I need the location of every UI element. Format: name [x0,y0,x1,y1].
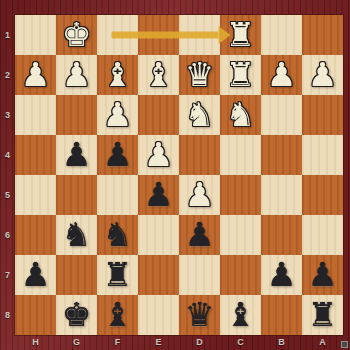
square-b4[interactable] [261,135,302,175]
square-d6[interactable]: ♟ [179,215,220,255]
piece-white-pawn[interactable]: ♟ [267,58,297,91]
square-g6[interactable]: ♞ [56,215,97,255]
square-c6[interactable] [220,215,261,255]
piece-white-pawn[interactable]: ♟ [308,58,338,91]
square-a3[interactable] [302,95,343,135]
square-d2[interactable]: ♛ [179,55,220,95]
resize-grip[interactable] [341,341,348,348]
square-d4[interactable] [179,135,220,175]
square-e4[interactable]: ♟ [138,135,179,175]
square-e7[interactable] [138,255,179,295]
rank-label-7: 7 [0,255,15,295]
file-label-h: H [15,335,56,349]
square-e3[interactable] [138,95,179,135]
square-a6[interactable] [302,215,343,255]
rank-label-3: 3 [0,95,15,135]
piece-white-pawn[interactable]: ♟ [103,98,133,131]
square-d3[interactable]: ♞ [179,95,220,135]
rank-label-1: 1 [0,15,15,55]
square-g5[interactable] [56,175,97,215]
file-label-e: E [138,335,179,349]
piece-white-rook[interactable]: ♜ [226,18,256,51]
piece-white-rook[interactable]: ♜ [226,58,256,91]
square-h2[interactable]: ♟ [15,55,56,95]
piece-black-bishop[interactable]: ♝ [103,298,133,331]
file-label-f: F [97,335,138,349]
square-b7[interactable]: ♟ [261,255,302,295]
square-a8[interactable]: ♜ [302,295,343,335]
square-f1[interactable] [97,15,138,55]
square-g7[interactable] [56,255,97,295]
square-g4[interactable]: ♟ [56,135,97,175]
square-h3[interactable] [15,95,56,135]
piece-black-pawn[interactable]: ♟ [103,138,133,171]
square-b5[interactable] [261,175,302,215]
piece-black-knight[interactable]: ♞ [62,218,92,251]
square-h8[interactable] [15,295,56,335]
square-a7[interactable]: ♟ [302,255,343,295]
file-label-a: A [302,335,343,349]
rank-label-5: 5 [0,175,15,215]
piece-white-knight[interactable]: ♞ [226,98,256,131]
square-c8[interactable]: ♝ [220,295,261,335]
piece-black-pawn[interactable]: ♟ [267,258,297,291]
square-a5[interactable] [302,175,343,215]
square-e6[interactable] [138,215,179,255]
square-e5[interactable]: ♟ [138,175,179,215]
square-b2[interactable]: ♟ [261,55,302,95]
square-f4[interactable]: ♟ [97,135,138,175]
square-f6[interactable]: ♞ [97,215,138,255]
piece-black-king[interactable]: ♚ [62,298,92,331]
piece-black-knight[interactable]: ♞ [103,218,133,251]
square-d1[interactable] [179,15,220,55]
rank-label-8: 8 [0,295,15,335]
square-h7[interactable]: ♟ [15,255,56,295]
chess-board: ♚♜♟♟♝♝♛♜♟♟♟♞♞♟♟♟♟♟♞♞♟♟♜♟♟♚♝♛♝♜ [15,15,343,335]
piece-black-pawn[interactable]: ♟ [185,218,215,251]
piece-white-pawn[interactable]: ♟ [62,58,92,91]
piece-white-bishop[interactable]: ♝ [103,58,133,91]
square-f2[interactable]: ♝ [97,55,138,95]
chessboard-window: ♚♜♟♟♝♝♛♜♟♟♟♞♞♟♟♟♟♟♞♞♟♟♜♟♟♚♝♛♝♜ 12345678 … [0,0,350,350]
piece-black-pawn[interactable]: ♟ [21,258,51,291]
piece-black-pawn[interactable]: ♟ [62,138,92,171]
rank-labels: 12345678 [0,15,15,335]
piece-black-queen[interactable]: ♛ [185,298,215,331]
piece-white-pawn[interactable]: ♟ [185,178,215,211]
square-c3[interactable]: ♞ [220,95,261,135]
piece-white-queen[interactable]: ♛ [185,58,215,91]
file-label-g: G [56,335,97,349]
square-b8[interactable] [261,295,302,335]
file-label-c: C [220,335,261,349]
square-c5[interactable] [220,175,261,215]
square-g3[interactable] [56,95,97,135]
square-g1[interactable]: ♚ [56,15,97,55]
piece-black-rook[interactable]: ♜ [103,258,133,291]
piece-black-bishop[interactable]: ♝ [226,298,256,331]
square-b1[interactable] [261,15,302,55]
square-d5[interactable]: ♟ [179,175,220,215]
square-b3[interactable] [261,95,302,135]
square-c2[interactable]: ♜ [220,55,261,95]
square-d8[interactable]: ♛ [179,295,220,335]
rank-label-6: 6 [0,215,15,255]
square-e2[interactable]: ♝ [138,55,179,95]
square-b6[interactable] [261,215,302,255]
square-g2[interactable]: ♟ [56,55,97,95]
piece-black-pawn[interactable]: ♟ [144,178,174,211]
square-h1[interactable] [15,15,56,55]
square-f8[interactable]: ♝ [97,295,138,335]
piece-white-bishop[interactable]: ♝ [144,58,174,91]
file-label-b: B [261,335,302,349]
piece-white-knight[interactable]: ♞ [185,98,215,131]
square-a1[interactable] [302,15,343,55]
square-g8[interactable]: ♚ [56,295,97,335]
file-label-d: D [179,335,220,349]
square-c1[interactable]: ♜ [220,15,261,55]
square-d7[interactable] [179,255,220,295]
square-e8[interactable] [138,295,179,335]
square-f7[interactable]: ♜ [97,255,138,295]
square-h6[interactable] [15,215,56,255]
rank-label-2: 2 [0,55,15,95]
piece-black-pawn[interactable]: ♟ [308,258,338,291]
square-a2[interactable]: ♟ [302,55,343,95]
piece-white-pawn[interactable]: ♟ [144,138,174,171]
square-f3[interactable]: ♟ [97,95,138,135]
piece-white-king[interactable]: ♚ [62,18,92,51]
square-f5[interactable] [97,175,138,215]
rank-label-4: 4 [0,135,15,175]
square-c7[interactable] [220,255,261,295]
square-a4[interactable] [302,135,343,175]
piece-black-rook[interactable]: ♜ [308,298,338,331]
square-h4[interactable] [15,135,56,175]
square-c4[interactable] [220,135,261,175]
piece-white-pawn[interactable]: ♟ [21,58,51,91]
square-e1[interactable] [138,15,179,55]
file-labels: HGFEDCBA [15,335,343,349]
square-h5[interactable] [15,175,56,215]
